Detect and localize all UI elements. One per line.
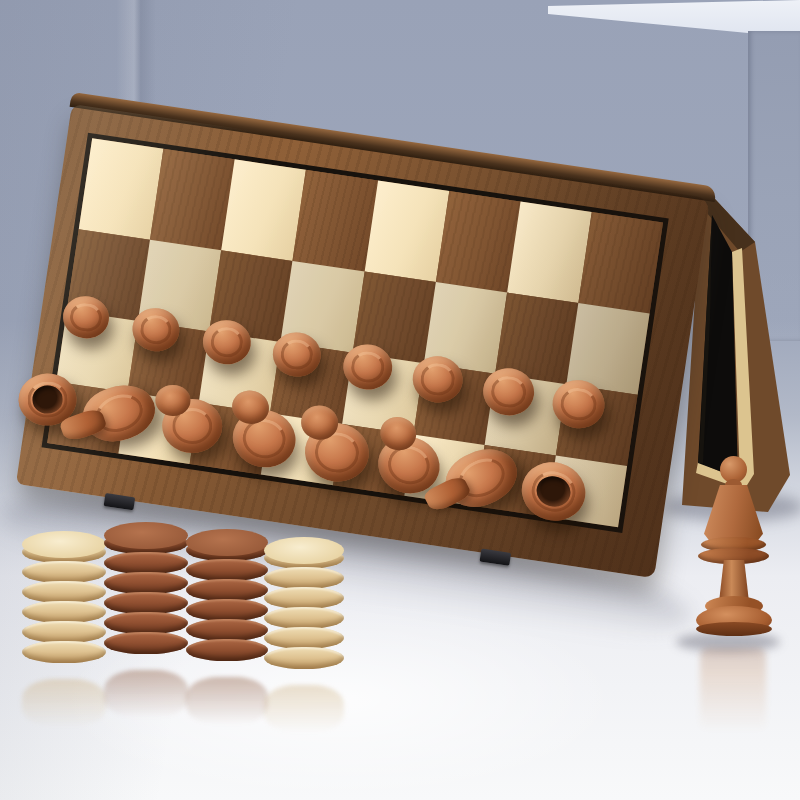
bishop-tip	[155, 385, 190, 417]
queen-tip	[229, 387, 273, 428]
pawn-piece-7	[480, 365, 537, 419]
checker-disc	[104, 632, 188, 654]
knight-piece-2	[76, 376, 162, 451]
checker-disc	[186, 639, 268, 661]
checker-disc	[186, 599, 268, 621]
king-crown	[704, 485, 763, 543]
checkers-stack-2-dark	[104, 534, 188, 654]
chess-board-front-half	[16, 104, 710, 578]
checkers-stack-reflection	[186, 677, 268, 725]
checkers-stack-reflection	[104, 670, 188, 718]
rook-hollow-top	[32, 386, 63, 414]
standing-king-reflection	[700, 648, 766, 732]
checker-disc	[264, 587, 344, 609]
standing-king-piece	[686, 452, 782, 648]
checker-disc	[22, 621, 106, 643]
pawn-piece-5	[340, 341, 395, 393]
checker-disc	[264, 627, 344, 649]
king-piece-5	[301, 419, 373, 486]
pawn-piece-6	[410, 353, 466, 406]
pawn-piece-2	[130, 305, 183, 354]
rook-hollow-top	[533, 472, 573, 510]
checker-top-face	[104, 522, 188, 549]
bishop-piece-3	[162, 399, 222, 453]
checker-disc	[186, 559, 268, 581]
checker-top-face	[22, 531, 106, 558]
rook-piece-8	[515, 455, 593, 529]
king-tip	[299, 403, 341, 442]
product-photo-scene	[0, 0, 800, 800]
checkers-stack-4-light	[264, 549, 344, 669]
checker-disc	[104, 552, 188, 574]
checker-disc	[104, 572, 188, 594]
checker-disc	[22, 561, 106, 583]
checker-top-face	[186, 529, 268, 556]
pawn-piece-3	[200, 317, 254, 368]
checker-disc	[104, 612, 188, 634]
king-base-edge	[696, 622, 772, 636]
checker-disc	[104, 592, 188, 614]
checker-disc	[264, 567, 344, 589]
checker-top-face	[264, 537, 344, 564]
pawn-piece-4	[270, 329, 324, 380]
checker-disc	[22, 601, 106, 623]
checker-disc	[264, 607, 344, 629]
checker-disc	[264, 647, 344, 669]
pawn-piece-8	[549, 377, 607, 432]
checker-disc	[186, 579, 268, 601]
checkers-stack-1-light	[22, 543, 106, 663]
pawn-piece-1	[60, 293, 112, 341]
bishop-tip	[376, 413, 420, 455]
knight-piece-7	[438, 438, 527, 519]
checker-disc	[22, 641, 106, 663]
checker-disc	[186, 619, 268, 641]
checkers-stack-reflection	[264, 685, 344, 733]
checkers-stack-3-dark	[186, 541, 268, 661]
checker-disc	[22, 581, 106, 603]
queen-piece-4	[227, 403, 302, 474]
checkers-stack-reflection	[22, 679, 106, 727]
